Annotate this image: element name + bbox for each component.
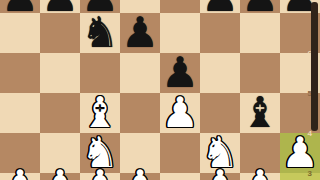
square-e2[interactable] (160, 173, 200, 180)
square-b6[interactable] (40, 13, 80, 53)
square-e4[interactable]: ♟ (160, 93, 200, 133)
white-pawn[interactable]: ♟ (200, 166, 240, 180)
square-f6[interactable] (200, 13, 240, 53)
square-g5[interactable] (240, 53, 280, 93)
white-pawn[interactable]: ♟ (80, 166, 120, 180)
white-pawn[interactable]: ♟ (40, 166, 80, 180)
chess-app-frame: ♟♟♟♟♟♟♞♟♟♝♟♝♞♞♟♟♟♟♟♟♟ 65432 (0, 0, 320, 180)
square-g6[interactable] (240, 13, 280, 53)
square-b2[interactable]: ♟ (40, 173, 80, 180)
square-g7[interactable]: ♟ (240, 0, 280, 13)
white-bishop[interactable]: ♝ (80, 93, 120, 133)
black-pawn[interactable]: ♟ (160, 53, 200, 93)
square-f7[interactable]: ♟ (200, 0, 240, 13)
square-e6[interactable] (160, 13, 200, 53)
square-h2[interactable] (280, 173, 320, 180)
scrollbar-thumb[interactable] (311, 2, 318, 131)
black-bishop[interactable]: ♝ (240, 93, 280, 133)
square-d2[interactable]: ♟ (120, 173, 160, 180)
white-pawn[interactable]: ♟ (120, 166, 160, 180)
black-pawn[interactable]: ♟ (120, 13, 160, 53)
square-e3[interactable] (160, 133, 200, 173)
white-pawn[interactable]: ♟ (160, 93, 200, 133)
square-a6[interactable] (0, 13, 40, 53)
square-b5[interactable] (40, 53, 80, 93)
square-g4[interactable]: ♝ (240, 93, 280, 133)
square-g2[interactable]: ♟ (240, 173, 280, 180)
white-pawn[interactable]: ♟ (280, 133, 320, 173)
square-e7[interactable] (160, 0, 200, 13)
white-pawn[interactable]: ♟ (240, 166, 280, 180)
square-d4[interactable] (120, 93, 160, 133)
square-a7[interactable]: ♟ (0, 0, 40, 13)
square-f2[interactable]: ♟ (200, 173, 240, 180)
square-b7[interactable]: ♟ (40, 0, 80, 13)
white-pawn[interactable]: ♟ (0, 166, 40, 180)
square-a5[interactable] (0, 53, 40, 93)
square-b4[interactable] (40, 93, 80, 133)
square-f4[interactable] (200, 93, 240, 133)
square-d6[interactable]: ♟ (120, 13, 160, 53)
square-c6[interactable]: ♞ (80, 13, 120, 53)
square-c2[interactable]: ♟ (80, 173, 120, 180)
square-a4[interactable] (0, 93, 40, 133)
square-h3[interactable]: ♟ (280, 133, 320, 173)
square-a2[interactable]: ♟ (0, 173, 40, 180)
square-d5[interactable] (120, 53, 160, 93)
square-c5[interactable] (80, 53, 120, 93)
black-knight[interactable]: ♞ (80, 13, 120, 53)
square-e5[interactable]: ♟ (160, 53, 200, 93)
square-f5[interactable] (200, 53, 240, 93)
square-c4[interactable]: ♝ (80, 93, 120, 133)
chess-board[interactable]: ♟♟♟♟♟♟♞♟♟♝♟♝♞♞♟♟♟♟♟♟♟ (0, 0, 320, 180)
